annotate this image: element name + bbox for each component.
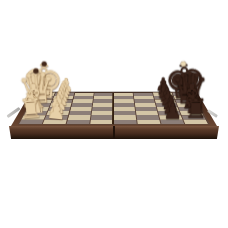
board-square: ♜: [19, 120, 45, 125]
chess-board: ♜♟♟♜♞♟♟♞♝♟♟♝♚♟♟♚♛♟♟♛♝♟♟♝♞♟♟♞♜♟♟♜: [11, 92, 217, 126]
board-square: ♟: [160, 120, 185, 125]
board-square: [114, 96, 134, 99]
product-photo: ♜♟♟♜♞♟♟♞♝♟♟♝♚♟♟♚♛♟♟♛♝♟♟♝♞♟♟♞♜♟♟♜: [0, 0, 228, 228]
white-pawn: ♟: [45, 100, 66, 123]
board-square: [134, 96, 155, 99]
board-front-edge: [9, 126, 219, 139]
black-rook: ♜: [184, 96, 208, 122]
board-square: [71, 103, 93, 107]
board-square: [90, 120, 114, 125]
board-square: [114, 120, 138, 125]
board-hinge-seam: [113, 126, 115, 139]
white-rook: ♜: [18, 95, 43, 123]
black-pawn: ♟: [163, 101, 182, 123]
board-square: [137, 120, 161, 125]
board-square: ♜: [183, 120, 209, 125]
board-3d-scene: ♜♟♟♜♞♟♟♞♝♟♟♝♚♟♟♚♛♟♟♛♝♟♟♝♞♟♟♞♜♟♟♜: [0, 0, 228, 228]
board-square: ♟: [43, 120, 68, 125]
board-square: [135, 103, 157, 107]
board-squares: ♜♟♟♜♞♟♟♞♝♟♟♝♚♟♟♚♛♟♟♛♝♟♟♝♞♟♟♞♜♟♟♜: [19, 93, 209, 125]
board-square: [73, 96, 94, 99]
board-square: [66, 120, 90, 125]
board-square: [114, 103, 135, 107]
board-square: [94, 96, 114, 99]
board-square: [93, 103, 114, 107]
